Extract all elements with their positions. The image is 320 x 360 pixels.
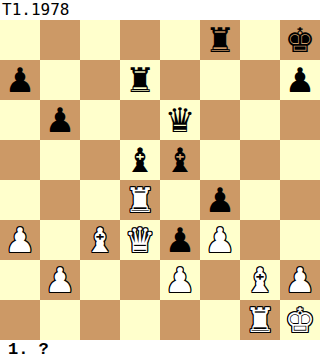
square-d4[interactable]: ♜︎ [120,180,160,220]
square-c2[interactable] [80,260,120,300]
square-g2[interactable]: ♝︎ [240,260,280,300]
square-g4[interactable] [240,180,280,220]
piece-white-pawn-f3: ♟︎ [205,220,235,260]
square-f4[interactable]: ♟︎ [200,180,240,220]
square-b1[interactable] [40,300,80,340]
square-b2[interactable]: ♟︎ [40,260,80,300]
piece-white-pawn-e2: ♟︎ [165,260,195,300]
piece-white-pawn-a3: ♟︎ [5,220,35,260]
square-f1[interactable] [200,300,240,340]
square-e6[interactable]: ♛︎ [160,100,200,140]
piece-white-rook-d4: ♜︎ [125,180,155,220]
square-a5[interactable] [0,140,40,180]
square-g8[interactable] [240,20,280,60]
square-a6[interactable] [0,100,40,140]
square-e4[interactable] [160,180,200,220]
move-prompt: 1. ? [0,340,320,360]
square-c6[interactable] [80,100,120,140]
square-f2[interactable] [200,260,240,300]
square-b6[interactable]: ♟︎ [40,100,80,140]
square-a3[interactable]: ♟︎ [0,220,40,260]
square-c3[interactable]: ♝︎ [80,220,120,260]
square-d7[interactable]: ♜︎ [120,60,160,100]
square-b7[interactable] [40,60,80,100]
piece-white-bishop-c3: ♝︎ [85,220,115,260]
piece-black-rook-d7: ♜︎ [125,60,155,100]
square-e2[interactable]: ♟︎ [160,260,200,300]
piece-white-pawn-h2: ♟︎ [285,260,315,300]
piece-black-pawn-h7: ♟︎ [285,60,315,100]
square-a2[interactable] [0,260,40,300]
square-f3[interactable]: ♟︎ [200,220,240,260]
square-a8[interactable] [0,20,40,60]
piece-white-king-h1: ♚︎ [285,300,315,340]
piece-white-pawn-b2: ♟︎ [45,260,75,300]
square-b4[interactable] [40,180,80,220]
square-a1[interactable] [0,300,40,340]
square-d5[interactable]: ♝︎ [120,140,160,180]
square-d1[interactable] [120,300,160,340]
square-b8[interactable] [40,20,80,60]
square-d6[interactable] [120,100,160,140]
square-c1[interactable] [80,300,120,340]
square-g3[interactable] [240,220,280,260]
square-c4[interactable] [80,180,120,220]
square-e5[interactable]: ♝︎ [160,140,200,180]
square-c5[interactable] [80,140,120,180]
square-h2[interactable]: ♟︎ [280,260,320,300]
square-a7[interactable]: ♟︎ [0,60,40,100]
square-c8[interactable] [80,20,120,60]
chess-board: ♜︎♚︎♟︎♜︎♟︎♟︎♛︎♝︎♝︎♜︎♟︎♟︎♝︎♛︎♟︎♟︎♟︎♟︎♝︎♟︎… [0,20,320,340]
square-e3[interactable]: ♟︎ [160,220,200,260]
square-g5[interactable] [240,140,280,180]
piece-black-queen-e6: ♛︎ [165,100,195,140]
square-h8[interactable]: ♚︎ [280,20,320,60]
piece-black-king-h8: ♚︎ [285,20,315,60]
square-g7[interactable] [240,60,280,100]
square-d3[interactable]: ♛︎ [120,220,160,260]
square-e8[interactable] [160,20,200,60]
square-h6[interactable] [280,100,320,140]
square-g1[interactable]: ♜︎ [240,300,280,340]
square-f5[interactable] [200,140,240,180]
piece-black-pawn-b6: ♟︎ [45,100,75,140]
piece-black-bishop-d5: ♝︎ [125,140,155,180]
square-f8[interactable]: ♜︎ [200,20,240,60]
piece-black-rook-f8: ♜︎ [205,20,235,60]
square-h1[interactable]: ♚︎ [280,300,320,340]
square-f6[interactable] [200,100,240,140]
square-d2[interactable] [120,260,160,300]
square-e1[interactable] [160,300,200,340]
piece-black-bishop-e5: ♝︎ [165,140,195,180]
square-h4[interactable] [280,180,320,220]
square-g6[interactable] [240,100,280,140]
square-c7[interactable] [80,60,120,100]
piece-black-pawn-a7: ♟︎ [5,60,35,100]
piece-black-pawn-f4: ♟︎ [205,180,235,220]
piece-black-pawn-e3: ♟︎ [165,220,195,260]
piece-white-bishop-g2: ♝︎ [245,260,275,300]
square-h3[interactable] [280,220,320,260]
square-h7[interactable]: ♟︎ [280,60,320,100]
square-d8[interactable] [120,20,160,60]
square-f7[interactable] [200,60,240,100]
puzzle-title: T1.1978 [0,0,320,20]
piece-white-queen-d3: ♛︎ [125,220,155,260]
square-a4[interactable] [0,180,40,220]
square-h5[interactable] [280,140,320,180]
square-b3[interactable] [40,220,80,260]
piece-white-rook-g1: ♜︎ [245,300,275,340]
square-b5[interactable] [40,140,80,180]
square-e7[interactable] [160,60,200,100]
